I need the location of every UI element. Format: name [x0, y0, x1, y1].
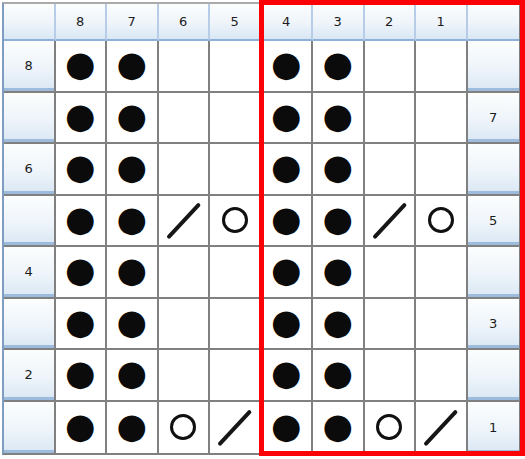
cell-r1-c8[interactable]: ● — [56, 402, 108, 454]
cell-r3-c8[interactable]: ● — [56, 299, 108, 351]
dot-symbol: ● — [65, 99, 96, 134]
col-header-2-label: 2 — [385, 14, 393, 29]
row-label-right-r7: 7 — [468, 93, 520, 145]
dot-symbol: ● — [322, 253, 353, 288]
cell-r1-c7[interactable]: ● — [107, 402, 159, 454]
cell-r4-c4[interactable]: ● — [262, 247, 314, 299]
cell-r5-c3[interactable]: ● — [313, 196, 365, 248]
cell-r6-c4[interactable]: ● — [262, 144, 314, 196]
cell-r3-c4[interactable]: ● — [262, 299, 314, 351]
cell-r4-c1[interactable] — [416, 247, 468, 299]
dot-symbol: ● — [271, 47, 302, 82]
col-header-7: 7 — [107, 4, 159, 41]
dot-symbol: ● — [116, 202, 147, 237]
row-label-right-r8 — [468, 41, 520, 93]
cell-r7-c3[interactable]: ● — [313, 93, 365, 145]
cell-r2-c7[interactable]: ● — [107, 350, 159, 402]
cell-r5-c6[interactable] — [159, 196, 211, 248]
dot-symbol: ● — [116, 305, 147, 340]
cell-r3-c2[interactable] — [365, 299, 417, 351]
col-header-4: 4 — [262, 4, 314, 41]
row-label-left-r4-label: 4 — [25, 264, 33, 279]
col-header-4-label: 4 — [282, 14, 290, 29]
circle-symbol — [222, 207, 248, 233]
dot-symbol: ● — [65, 356, 96, 391]
col-header-6-label: 6 — [179, 14, 187, 29]
row-label-left-r6: 6 — [4, 144, 56, 196]
cell-r3-c6[interactable] — [159, 299, 211, 351]
cell-r2-c3[interactable]: ● — [313, 350, 365, 402]
cell-r2-c8[interactable]: ● — [56, 350, 108, 402]
dot-symbol: ● — [322, 99, 353, 134]
cell-r7-c6[interactable] — [159, 93, 211, 145]
row-label-left-r2: 2 — [4, 350, 56, 402]
cell-r7-c5[interactable] — [210, 93, 262, 145]
cell-r2-c4[interactable]: ● — [262, 350, 314, 402]
cell-r5-c2[interactable] — [365, 196, 417, 248]
slash-symbol — [372, 202, 407, 239]
dot-symbol: ● — [65, 305, 96, 340]
dot-symbol: ● — [116, 99, 147, 134]
cell-r5-c7[interactable]: ● — [107, 196, 159, 248]
dot-symbol: ● — [116, 409, 147, 444]
dot-symbol: ● — [322, 150, 353, 185]
row-label-right-r7-label: 7 — [489, 110, 497, 125]
dot-symbol: ● — [322, 356, 353, 391]
cell-r4-c5[interactable] — [210, 247, 262, 299]
circle-symbol — [170, 414, 196, 440]
cell-r1-c6[interactable] — [159, 402, 211, 454]
dot-symbol: ● — [116, 150, 147, 185]
col-header-3-label: 3 — [334, 14, 342, 29]
row-label-left-r5 — [4, 196, 56, 248]
col-header-8-label: 8 — [76, 14, 84, 29]
col-header-8: 8 — [56, 4, 108, 41]
cell-r2-c6[interactable] — [159, 350, 211, 402]
cell-r8-c1[interactable] — [416, 41, 468, 93]
cell-r4-c3[interactable]: ● — [313, 247, 365, 299]
cell-r8-c3[interactable]: ● — [313, 41, 365, 93]
dot-symbol: ● — [271, 202, 302, 237]
cell-r5-c5[interactable] — [210, 196, 262, 248]
dot-symbol: ● — [271, 356, 302, 391]
row-label-right-r3-label: 3 — [489, 316, 497, 331]
cell-r4-c2[interactable] — [365, 247, 417, 299]
corner-top-left — [4, 4, 56, 41]
cell-r1-c2[interactable] — [365, 402, 417, 454]
cell-r7-c7[interactable]: ● — [107, 93, 159, 145]
slash-symbol — [166, 202, 201, 239]
dot-symbol: ● — [271, 409, 302, 444]
cell-r4-c7[interactable]: ● — [107, 247, 159, 299]
cell-r5-c8[interactable]: ● — [56, 196, 108, 248]
cell-r6-c7[interactable]: ● — [107, 144, 159, 196]
col-header-3: 3 — [313, 4, 365, 41]
cell-r8-c6[interactable] — [159, 41, 211, 93]
knitting-chart: 876543218●●●●●●●●76●●●●●●●●54●●●●●●●●32●… — [0, 0, 525, 459]
row-label-right-r1: 1 — [468, 402, 520, 454]
row-label-right-r3: 3 — [468, 299, 520, 351]
col-header-6: 6 — [159, 4, 211, 41]
corner-top-right — [468, 4, 520, 41]
slash-symbol — [423, 409, 458, 446]
row-label-right-r4 — [468, 247, 520, 299]
cell-r1-c3[interactable]: ● — [313, 402, 365, 454]
row-label-right-r5-label: 5 — [489, 213, 497, 228]
dot-symbol: ● — [322, 305, 353, 340]
cell-r1-c1[interactable] — [416, 402, 468, 454]
cell-r6-c2[interactable] — [365, 144, 417, 196]
dot-symbol: ● — [271, 150, 302, 185]
cell-r2-c5[interactable] — [210, 350, 262, 402]
row-label-left-r6-label: 6 — [25, 161, 33, 176]
row-label-right-r5: 5 — [468, 196, 520, 248]
dot-symbol: ● — [65, 150, 96, 185]
row-label-right-r6 — [468, 144, 520, 196]
dot-symbol: ● — [271, 253, 302, 288]
dot-symbol: ● — [322, 409, 353, 444]
cell-r8-c8[interactable]: ● — [56, 41, 108, 93]
cell-r2-c1[interactable] — [416, 350, 468, 402]
cell-r6-c3[interactable]: ● — [313, 144, 365, 196]
cell-r3-c3[interactable]: ● — [313, 299, 365, 351]
col-header-1-label: 1 — [437, 14, 445, 29]
cell-r1-c5[interactable] — [210, 402, 262, 454]
cell-r6-c5[interactable] — [210, 144, 262, 196]
cell-r3-c5[interactable] — [210, 299, 262, 351]
cell-r5-c4[interactable]: ● — [262, 196, 314, 248]
row-label-left-r1 — [4, 402, 56, 454]
cell-r8-c7[interactable]: ● — [107, 41, 159, 93]
cell-r1-c4[interactable]: ● — [262, 402, 314, 454]
dot-symbol: ● — [116, 253, 147, 288]
dot-symbol: ● — [322, 202, 353, 237]
dot-symbol: ● — [322, 47, 353, 82]
row-label-left-r2-label: 2 — [25, 367, 33, 382]
row-label-left-r8: 8 — [4, 41, 56, 93]
cell-r8-c2[interactable] — [365, 41, 417, 93]
cell-r3-c1[interactable] — [416, 299, 468, 351]
row-label-left-r8-label: 8 — [25, 58, 33, 73]
row-label-left-r7 — [4, 93, 56, 145]
dot-symbol: ● — [65, 409, 96, 444]
cell-r6-c6[interactable] — [159, 144, 211, 196]
row-label-right-r2 — [468, 350, 520, 402]
cell-r4-c6[interactable] — [159, 247, 211, 299]
dot-symbol: ● — [65, 202, 96, 237]
col-header-2: 2 — [365, 4, 417, 41]
chart-grid: 876543218●●●●●●●●76●●●●●●●●54●●●●●●●●32●… — [2, 2, 521, 455]
circle-symbol — [376, 414, 402, 440]
col-header-7-label: 7 — [128, 14, 136, 29]
cell-r7-c4[interactable]: ● — [262, 93, 314, 145]
circle-symbol — [428, 207, 454, 233]
slash-symbol — [217, 409, 252, 446]
cell-r3-c7[interactable]: ● — [107, 299, 159, 351]
cell-r7-c8[interactable]: ● — [56, 93, 108, 145]
cell-r7-c1[interactable] — [416, 93, 468, 145]
row-label-right-r1-label: 1 — [489, 420, 497, 435]
dot-symbol: ● — [271, 99, 302, 134]
cell-r7-c2[interactable] — [365, 93, 417, 145]
cell-r8-c4[interactable]: ● — [262, 41, 314, 93]
col-header-5-label: 5 — [231, 14, 239, 29]
dot-symbol: ● — [65, 47, 96, 82]
cell-r5-c1[interactable] — [416, 196, 468, 248]
cell-r2-c2[interactable] — [365, 350, 417, 402]
cell-r8-c5[interactable] — [210, 41, 262, 93]
cell-r6-c8[interactable]: ● — [56, 144, 108, 196]
dot-symbol: ● — [116, 356, 147, 391]
col-header-5: 5 — [210, 4, 262, 41]
row-label-left-r3 — [4, 299, 56, 351]
cell-r4-c8[interactable]: ● — [56, 247, 108, 299]
cell-r6-c1[interactable] — [416, 144, 468, 196]
dot-symbol: ● — [271, 305, 302, 340]
dot-symbol: ● — [65, 253, 96, 288]
row-label-left-r4: 4 — [4, 247, 56, 299]
col-header-1: 1 — [416, 4, 468, 41]
dot-symbol: ● — [116, 47, 147, 82]
